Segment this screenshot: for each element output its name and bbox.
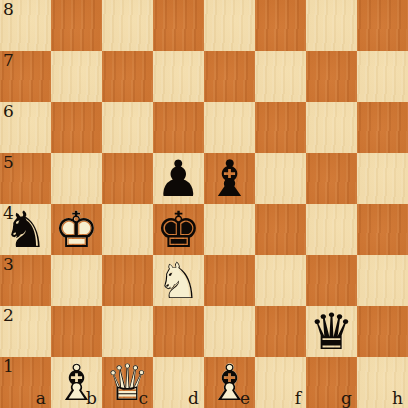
square-e6[interactable] (204, 102, 255, 153)
square-h1[interactable]: h (357, 357, 408, 408)
rank-label-6: 6 (3, 103, 14, 120)
square-h6[interactable] (357, 102, 408, 153)
square-g7[interactable] (306, 51, 357, 102)
square-f8[interactable] (255, 0, 306, 51)
piece-glyph: ♝ (204, 154, 255, 205)
white-bishop[interactable]: ♝♗ (51, 357, 102, 408)
square-h5[interactable] (357, 153, 408, 204)
square-d5[interactable]: ♟ (153, 153, 204, 204)
piece-outline-glyph: ♗ (204, 358, 255, 408)
rank-label-8: 8 (3, 1, 14, 18)
square-b2[interactable] (51, 306, 102, 357)
square-f4[interactable] (255, 204, 306, 255)
square-f6[interactable] (255, 102, 306, 153)
square-a7[interactable]: 7 (0, 51, 51, 102)
white-king[interactable]: ♚♔ (51, 204, 102, 255)
black-pawn[interactable]: ♟ (153, 153, 204, 204)
square-h3[interactable] (357, 255, 408, 306)
square-d4[interactable]: ♚ (153, 204, 204, 255)
file-label-a: a (36, 390, 46, 407)
square-c3[interactable] (102, 255, 153, 306)
black-queen[interactable]: ♛ (306, 306, 357, 357)
piece-outline-glyph: ♘ (153, 256, 204, 307)
piece-outline-glyph: ♕ (102, 358, 153, 408)
square-d6[interactable] (153, 102, 204, 153)
chess-board: 8765♟♝4♞♚♔♚3♞♘2♛1ab♝♗c♛♕de♝♗fgh (0, 0, 408, 408)
file-label-d: d (188, 390, 199, 407)
square-d1[interactable]: d (153, 357, 204, 408)
black-bishop[interactable]: ♝ (204, 153, 255, 204)
rank-label-5: 5 (3, 154, 14, 171)
square-c7[interactable] (102, 51, 153, 102)
square-f1[interactable]: f (255, 357, 306, 408)
square-f5[interactable] (255, 153, 306, 204)
square-a2[interactable]: 2 (0, 306, 51, 357)
black-knight[interactable]: ♞ (0, 204, 51, 255)
square-f7[interactable] (255, 51, 306, 102)
square-h7[interactable] (357, 51, 408, 102)
square-c1[interactable]: c♛♕ (102, 357, 153, 408)
file-label-g: g (341, 390, 352, 407)
piece-glyph: ♚ (153, 205, 204, 256)
file-label-h: h (392, 390, 403, 407)
white-queen[interactable]: ♛♕ (102, 357, 153, 408)
square-c6[interactable] (102, 102, 153, 153)
square-d7[interactable] (153, 51, 204, 102)
square-c5[interactable] (102, 153, 153, 204)
white-knight[interactable]: ♞♘ (153, 255, 204, 306)
square-g2[interactable]: ♛ (306, 306, 357, 357)
square-d2[interactable] (153, 306, 204, 357)
square-g4[interactable] (306, 204, 357, 255)
square-g8[interactable] (306, 0, 357, 51)
square-e8[interactable] (204, 0, 255, 51)
square-a4[interactable]: 4♞ (0, 204, 51, 255)
square-d8[interactable] (153, 0, 204, 51)
square-a1[interactable]: 1a (0, 357, 51, 408)
square-a6[interactable]: 6 (0, 102, 51, 153)
square-b5[interactable] (51, 153, 102, 204)
rank-label-2: 2 (3, 307, 14, 324)
black-king[interactable]: ♚ (153, 204, 204, 255)
rank-label-1: 1 (3, 358, 14, 375)
square-c4[interactable] (102, 204, 153, 255)
file-label-f: f (295, 390, 301, 407)
square-a8[interactable]: 8 (0, 0, 51, 51)
white-bishop[interactable]: ♝♗ (204, 357, 255, 408)
square-c8[interactable] (102, 0, 153, 51)
square-e4[interactable] (204, 204, 255, 255)
square-e7[interactable] (204, 51, 255, 102)
square-g6[interactable] (306, 102, 357, 153)
square-b4[interactable]: ♚♔ (51, 204, 102, 255)
square-e1[interactable]: e♝♗ (204, 357, 255, 408)
square-a3[interactable]: 3 (0, 255, 51, 306)
square-a5[interactable]: 5 (0, 153, 51, 204)
piece-outline-glyph: ♗ (51, 358, 102, 408)
square-g1[interactable]: g (306, 357, 357, 408)
piece-glyph: ♞ (0, 205, 51, 256)
square-b1[interactable]: b♝♗ (51, 357, 102, 408)
square-b3[interactable] (51, 255, 102, 306)
square-e2[interactable] (204, 306, 255, 357)
piece-glyph: ♛ (306, 307, 357, 358)
square-e3[interactable] (204, 255, 255, 306)
piece-outline-glyph: ♔ (51, 205, 102, 256)
square-b8[interactable] (51, 0, 102, 51)
square-h8[interactable] (357, 0, 408, 51)
square-c2[interactable] (102, 306, 153, 357)
square-h4[interactable] (357, 204, 408, 255)
square-h2[interactable] (357, 306, 408, 357)
rank-label-7: 7 (3, 52, 14, 69)
square-f2[interactable] (255, 306, 306, 357)
piece-glyph: ♟ (153, 154, 204, 205)
square-b6[interactable] (51, 102, 102, 153)
square-g5[interactable] (306, 153, 357, 204)
square-b7[interactable] (51, 51, 102, 102)
rank-label-3: 3 (3, 256, 14, 273)
square-d3[interactable]: ♞♘ (153, 255, 204, 306)
square-e5[interactable]: ♝ (204, 153, 255, 204)
square-g3[interactable] (306, 255, 357, 306)
square-f3[interactable] (255, 255, 306, 306)
